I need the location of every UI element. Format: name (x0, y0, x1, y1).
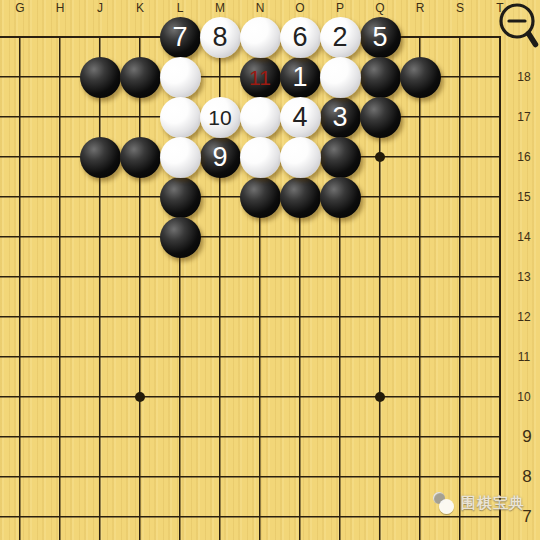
move-number-1: 1 (292, 64, 307, 91)
intersection-G13[interactable] (0, 257, 40, 297)
black-stone-K16 (120, 137, 161, 178)
intersection-H13[interactable] (40, 257, 80, 297)
intersection-P14[interactable] (320, 217, 360, 257)
intersection-S10[interactable] (440, 377, 480, 417)
intersection-H15[interactable] (40, 177, 80, 217)
column-label-L: L (177, 1, 184, 15)
intersection-T12[interactable] (480, 297, 520, 337)
intersection-O9[interactable] (280, 417, 320, 457)
intersection-Q14[interactable] (360, 217, 400, 257)
column-label-O: O (295, 1, 304, 15)
column-label-R: R (416, 1, 425, 15)
row-label-11: 11 (518, 350, 530, 364)
intersection-H16[interactable] (40, 137, 80, 177)
intersection-G11[interactable] (0, 337, 40, 377)
black-stone-L15 (160, 177, 201, 218)
black-stone-N15 (240, 177, 281, 218)
white-stone-N17 (240, 97, 281, 138)
row-label-18: 18 (517, 70, 530, 84)
move-number-6: 6 (292, 24, 307, 51)
star-point-Q16 (375, 152, 385, 162)
intersection-P12[interactable] (320, 297, 360, 337)
intersection-M18[interactable] (200, 57, 240, 97)
intersection-H11[interactable] (40, 337, 80, 377)
intersection-J12[interactable] (80, 297, 120, 337)
intersection-S17[interactable] (440, 97, 480, 137)
intersection-S14[interactable] (440, 217, 480, 257)
intersection-T14[interactable] (480, 217, 520, 257)
intersection-N10[interactable] (240, 377, 280, 417)
black-stone-P17: 3 (320, 97, 361, 138)
move-number-8: 8 (212, 24, 227, 51)
black-stone-L19: 7 (160, 17, 201, 58)
column-label-J: J (97, 1, 103, 15)
intersection-M10[interactable] (200, 377, 240, 417)
intersection-Q15[interactable] (360, 177, 400, 217)
intersection-G8[interactable] (0, 457, 40, 497)
intersection-K13[interactable] (120, 257, 160, 297)
intersection-T15[interactable] (480, 177, 520, 217)
row-label-8: 8 (522, 467, 531, 487)
intersection-K12[interactable] (120, 297, 160, 337)
column-label-N: N (256, 1, 265, 15)
black-stone-O18: 1 (280, 57, 321, 98)
intersection-H12[interactable] (40, 297, 80, 337)
intersection-L7[interactable] (160, 497, 200, 540)
black-stone-M16: 9 (200, 137, 241, 178)
intersection-M13[interactable] (200, 257, 240, 297)
black-stone-J16 (80, 137, 121, 178)
white-stone-O16 (280, 137, 321, 178)
move-number-2: 2 (332, 24, 347, 51)
intersection-N8[interactable] (240, 457, 280, 497)
intersection-Q9[interactable] (360, 417, 400, 457)
intersection-P11[interactable] (320, 337, 360, 377)
intersection-J15[interactable] (80, 177, 120, 217)
intersection-K14[interactable] (120, 217, 160, 257)
intersection-S12[interactable] (440, 297, 480, 337)
intersection-L9[interactable] (160, 417, 200, 457)
intersection-K9[interactable] (120, 417, 160, 457)
row-label-13: 13 (517, 270, 530, 284)
intersection-K15[interactable] (120, 177, 160, 217)
black-stone-Q17 (360, 97, 401, 138)
row-label-10: 10 (517, 390, 530, 404)
row-label-9: 9 (522, 427, 531, 447)
intersection-G19[interactable] (0, 17, 40, 57)
move-number-4: 4 (292, 104, 307, 131)
intersection-L8[interactable] (160, 457, 200, 497)
black-stone-O15 (280, 177, 321, 218)
black-stone-N18: 11 (240, 57, 281, 98)
black-stone-R18 (400, 57, 441, 98)
white-stone-O19: 6 (280, 17, 321, 58)
intersection-J13[interactable] (80, 257, 120, 297)
intersection-M15[interactable] (200, 177, 240, 217)
intersection-O11[interactable] (280, 337, 320, 377)
intersection-T16[interactable] (480, 137, 520, 177)
intersection-R15[interactable] (400, 177, 440, 217)
intersection-J10[interactable] (80, 377, 120, 417)
column-label-S: S (456, 1, 464, 15)
intersection-S16[interactable] (440, 137, 480, 177)
intersection-S19[interactable] (440, 17, 480, 57)
star-point-Q10 (375, 392, 385, 402)
white-stone-O17: 4 (280, 97, 321, 138)
black-stone-K18 (120, 57, 161, 98)
intersection-M9[interactable] (200, 417, 240, 457)
intersection-Q11[interactable] (360, 337, 400, 377)
intersection-T13[interactable] (480, 257, 520, 297)
intersection-G16[interactable] (0, 137, 40, 177)
white-stone-P19: 2 (320, 17, 361, 58)
intersection-S11[interactable] (440, 337, 480, 377)
intersection-M11[interactable] (200, 337, 240, 377)
intersection-M14[interactable] (200, 217, 240, 257)
intersection-K7[interactable] (120, 497, 160, 540)
intersection-O12[interactable] (280, 297, 320, 337)
intersection-P9[interactable] (320, 417, 360, 457)
watermark: 围棋宝典 (432, 490, 525, 516)
intersection-G12[interactable] (0, 297, 40, 337)
intersection-T18[interactable] (480, 57, 520, 97)
intersection-N11[interactable] (240, 337, 280, 377)
intersection-K11[interactable] (120, 337, 160, 377)
intersection-T9[interactable] (480, 417, 520, 457)
intersection-O13[interactable] (280, 257, 320, 297)
row-label-12: 12 (517, 310, 530, 324)
intersection-J11[interactable] (80, 337, 120, 377)
column-label-K: K (136, 1, 144, 15)
intersection-O14[interactable] (280, 217, 320, 257)
column-label-H: H (56, 1, 65, 15)
intersection-G10[interactable] (0, 377, 40, 417)
intersection-H19[interactable] (40, 17, 80, 57)
move-number-10: 10 (208, 107, 231, 128)
intersection-R11[interactable] (400, 337, 440, 377)
intersection-G18[interactable] (0, 57, 40, 97)
white-stone-L16 (160, 137, 201, 178)
intersection-T10[interactable] (480, 377, 520, 417)
white-stone-L17 (160, 97, 201, 138)
intersection-L10[interactable] (160, 377, 200, 417)
intersection-P7[interactable] (320, 497, 360, 540)
intersection-H7[interactable] (40, 497, 80, 540)
intersection-K19[interactable] (120, 17, 160, 57)
white-stone-N19 (240, 17, 281, 58)
intersection-J14[interactable] (80, 217, 120, 257)
black-stone-L14 (160, 217, 201, 258)
intersection-K8[interactable] (120, 457, 160, 497)
intersection-H17[interactable] (40, 97, 80, 137)
intersection-Q12[interactable] (360, 297, 400, 337)
zoom-out-icon[interactable] (488, 0, 540, 52)
intersection-H9[interactable] (40, 417, 80, 457)
intersection-G9[interactable] (0, 417, 40, 457)
intersection-G17[interactable] (0, 97, 40, 137)
intersection-M7[interactable] (200, 497, 240, 540)
intersection-R17[interactable] (400, 97, 440, 137)
white-stone-L18 (160, 57, 201, 98)
intersection-N12[interactable] (240, 297, 280, 337)
intersection-J8[interactable] (80, 457, 120, 497)
intersection-G15[interactable] (0, 177, 40, 217)
star-point-K10 (135, 392, 145, 402)
intersection-Q7[interactable] (360, 497, 400, 540)
row-label-16: 16 (517, 150, 530, 164)
intersection-P8[interactable] (320, 457, 360, 497)
column-label-M: M (215, 1, 225, 15)
intersection-R16[interactable] (400, 137, 440, 177)
intersection-L13[interactable] (160, 257, 200, 297)
intersection-O10[interactable] (280, 377, 320, 417)
black-stone-Q19: 5 (360, 17, 401, 58)
intersection-R19[interactable] (400, 17, 440, 57)
intersection-S13[interactable] (440, 257, 480, 297)
watermark-text: 围棋宝典 (461, 494, 525, 513)
go-app-screen: 7511139862104 GHJKLMNOPQRST 181716151413… (0, 0, 540, 540)
column-label-G: G (15, 1, 24, 15)
intersection-R9[interactable] (400, 417, 440, 457)
intersection-H14[interactable] (40, 217, 80, 257)
intersection-S15[interactable] (440, 177, 480, 217)
intersection-T11[interactable] (480, 337, 520, 377)
intersection-J17[interactable] (80, 97, 120, 137)
intersection-N7[interactable] (240, 497, 280, 540)
intersection-P10[interactable] (320, 377, 360, 417)
column-label-P: P (336, 1, 344, 15)
intersection-M12[interactable] (200, 297, 240, 337)
intersection-H18[interactable] (40, 57, 80, 97)
black-stone-Q18 (360, 57, 401, 98)
intersection-G7[interactable] (0, 497, 40, 540)
white-stone-M19: 8 (200, 17, 241, 58)
move-number-7: 7 (172, 24, 187, 51)
move-number-11: 11 (249, 67, 271, 88)
black-stone-J18 (80, 57, 121, 98)
row-label-17: 17 (517, 110, 530, 124)
intersection-N9[interactable] (240, 417, 280, 457)
intersection-O7[interactable] (280, 497, 320, 540)
intersection-O8[interactable] (280, 457, 320, 497)
intersection-T17[interactable] (480, 97, 520, 137)
black-stone-P16 (320, 137, 361, 178)
intersection-R14[interactable] (400, 217, 440, 257)
black-stone-P15 (320, 177, 361, 218)
row-label-15: 15 (517, 190, 530, 204)
intersection-R12[interactable] (400, 297, 440, 337)
intersection-M8[interactable] (200, 457, 240, 497)
intersection-G14[interactable] (0, 217, 40, 257)
row-label-14: 14 (517, 230, 530, 244)
move-number-3: 3 (332, 104, 347, 131)
intersection-Q8[interactable] (360, 457, 400, 497)
intersection-Q13[interactable] (360, 257, 400, 297)
intersection-L12[interactable] (160, 297, 200, 337)
intersection-R10[interactable] (400, 377, 440, 417)
intersection-N13[interactable] (240, 257, 280, 297)
intersection-H8[interactable] (40, 457, 80, 497)
white-stone-M17: 10 (200, 97, 241, 138)
move-number-9: 9 (212, 144, 227, 171)
column-label-Q: Q (375, 1, 384, 15)
intersection-L11[interactable] (160, 337, 200, 377)
move-number-5: 5 (372, 24, 387, 51)
intersection-J19[interactable] (80, 17, 120, 57)
white-stone-P18 (320, 57, 361, 98)
intersection-N14[interactable] (240, 217, 280, 257)
intersection-H10[interactable] (40, 377, 80, 417)
intersection-J9[interactable] (80, 417, 120, 457)
intersection-S18[interactable] (440, 57, 480, 97)
intersection-P13[interactable] (320, 257, 360, 297)
white-stone-N16 (240, 137, 281, 178)
weiqi-baodian-logo-icon (432, 490, 458, 516)
intersection-K17[interactable] (120, 97, 160, 137)
intersection-J7[interactable] (80, 497, 120, 540)
intersection-S9[interactable] (440, 417, 480, 457)
intersection-R13[interactable] (400, 257, 440, 297)
